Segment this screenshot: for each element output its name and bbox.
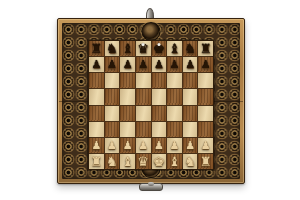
square-b7[interactable]: ♟ xyxy=(105,57,120,72)
square-f8[interactable]: ♝ xyxy=(167,41,182,56)
square-g2[interactable]: ♟ xyxy=(183,138,198,153)
square-e1[interactable]: ♚ xyxy=(152,154,167,169)
black-knight[interactable]: ♞ xyxy=(106,42,118,55)
square-g4[interactable] xyxy=(183,106,198,121)
square-h8[interactable]: ♜ xyxy=(198,41,213,56)
square-b1[interactable]: ♞ xyxy=(105,154,120,169)
square-f2[interactable]: ♟ xyxy=(167,138,182,153)
black-rook[interactable]: ♜ xyxy=(90,42,102,55)
white-pawn[interactable]: ♟ xyxy=(138,140,148,151)
square-c5[interactable] xyxy=(120,89,135,104)
square-b6[interactable] xyxy=(105,73,120,88)
black-pawn[interactable]: ♟ xyxy=(138,59,148,70)
square-d1[interactable]: ♛ xyxy=(136,154,151,169)
photo-background: ♜♞♝♛♚♝♞♜♟♟♟♟♟♟♟♟♟♟♟♟♟♟♟♟♜♞♝♛♚♝♞♜ xyxy=(0,0,300,200)
square-e5[interactable] xyxy=(152,89,167,104)
square-a6[interactable] xyxy=(89,73,104,88)
square-c4[interactable] xyxy=(120,106,135,121)
square-f1[interactable]: ♝ xyxy=(167,154,182,169)
square-d5[interactable] xyxy=(136,89,151,104)
square-a8[interactable]: ♜ xyxy=(89,41,104,56)
black-pawn[interactable]: ♟ xyxy=(154,59,164,70)
square-f6[interactable] xyxy=(167,73,182,88)
black-bishop[interactable]: ♝ xyxy=(169,42,181,55)
square-d8[interactable]: ♛ xyxy=(136,41,151,56)
square-c1[interactable]: ♝ xyxy=(120,154,135,169)
square-d2[interactable]: ♟ xyxy=(136,138,151,153)
square-e3[interactable] xyxy=(152,122,167,137)
clasp-latch-icon xyxy=(139,183,163,191)
white-pawn[interactable]: ♟ xyxy=(170,140,180,151)
white-king[interactable]: ♚ xyxy=(153,155,165,168)
square-c2[interactable]: ♟ xyxy=(120,138,135,153)
square-c3[interactable] xyxy=(120,122,135,137)
square-g3[interactable] xyxy=(183,122,198,137)
white-pawn[interactable]: ♟ xyxy=(201,140,211,151)
black-queen[interactable]: ♛ xyxy=(137,42,149,55)
square-e4[interactable] xyxy=(152,106,167,121)
square-h3[interactable] xyxy=(198,122,213,137)
white-rook[interactable]: ♜ xyxy=(200,155,212,168)
square-h5[interactable] xyxy=(198,89,213,104)
black-king[interactable]: ♚ xyxy=(153,42,165,55)
square-e2[interactable]: ♟ xyxy=(152,138,167,153)
square-f4[interactable] xyxy=(167,106,182,121)
black-bishop[interactable]: ♝ xyxy=(122,42,134,55)
black-pawn[interactable]: ♟ xyxy=(107,59,117,70)
white-knight[interactable]: ♞ xyxy=(184,155,196,168)
square-g7[interactable]: ♟ xyxy=(183,57,198,72)
black-pawn[interactable]: ♟ xyxy=(91,59,101,70)
square-b4[interactable] xyxy=(105,106,120,121)
square-d3[interactable] xyxy=(136,122,151,137)
square-g1[interactable]: ♞ xyxy=(183,154,198,169)
black-pawn[interactable]: ♟ xyxy=(170,59,180,70)
square-a4[interactable] xyxy=(89,106,104,121)
white-bishop[interactable]: ♝ xyxy=(122,155,134,168)
square-e8[interactable]: ♚ xyxy=(152,41,167,56)
white-bishop[interactable]: ♝ xyxy=(169,155,181,168)
square-f3[interactable] xyxy=(167,122,182,137)
chess-board[interactable]: ♜♞♝♛♚♝♞♜♟♟♟♟♟♟♟♟♟♟♟♟♟♟♟♟♜♞♝♛♚♝♞♜ xyxy=(88,40,214,170)
white-pawn[interactable]: ♟ xyxy=(123,140,133,151)
medallion-ornament-top xyxy=(142,22,161,41)
white-pawn[interactable]: ♟ xyxy=(91,140,101,151)
square-f7[interactable]: ♟ xyxy=(167,57,182,72)
square-b2[interactable]: ♟ xyxy=(105,138,120,153)
square-d7[interactable]: ♟ xyxy=(136,57,151,72)
square-a1[interactable]: ♜ xyxy=(89,154,104,169)
square-g6[interactable] xyxy=(183,73,198,88)
black-pawn[interactable]: ♟ xyxy=(201,59,211,70)
black-knight[interactable]: ♞ xyxy=(184,42,196,55)
square-h7[interactable]: ♟ xyxy=(198,57,213,72)
square-e7[interactable]: ♟ xyxy=(152,57,167,72)
square-d4[interactable] xyxy=(136,106,151,121)
square-a3[interactable] xyxy=(89,122,104,137)
square-h6[interactable] xyxy=(198,73,213,88)
square-a2[interactable]: ♟ xyxy=(89,138,104,153)
square-b8[interactable]: ♞ xyxy=(105,41,120,56)
white-knight[interactable]: ♞ xyxy=(106,155,118,168)
square-h2[interactable]: ♟ xyxy=(198,138,213,153)
chess-box: ♜♞♝♛♚♝♞♜♟♟♟♟♟♟♟♟♟♟♟♟♟♟♟♟♜♞♝♛♚♝♞♜ xyxy=(57,18,245,184)
black-pawn[interactable]: ♟ xyxy=(123,59,133,70)
square-h1[interactable]: ♜ xyxy=(198,154,213,169)
square-e6[interactable] xyxy=(152,73,167,88)
square-b3[interactable] xyxy=(105,122,120,137)
square-c8[interactable]: ♝ xyxy=(120,41,135,56)
square-f5[interactable] xyxy=(167,89,182,104)
white-rook[interactable]: ♜ xyxy=(90,155,102,168)
white-pawn[interactable]: ♟ xyxy=(154,140,164,151)
square-a7[interactable]: ♟ xyxy=(89,57,104,72)
square-c6[interactable] xyxy=(120,73,135,88)
white-pawn[interactable]: ♟ xyxy=(185,140,195,151)
square-g8[interactable]: ♞ xyxy=(183,41,198,56)
square-h4[interactable] xyxy=(198,106,213,121)
square-a5[interactable] xyxy=(89,89,104,104)
square-b5[interactable] xyxy=(105,89,120,104)
black-rook[interactable]: ♜ xyxy=(200,42,212,55)
white-pawn[interactable]: ♟ xyxy=(107,140,117,151)
square-c7[interactable]: ♟ xyxy=(120,57,135,72)
black-pawn[interactable]: ♟ xyxy=(185,59,195,70)
square-g5[interactable] xyxy=(183,89,198,104)
white-queen[interactable]: ♛ xyxy=(137,155,149,168)
square-d6[interactable] xyxy=(136,73,151,88)
